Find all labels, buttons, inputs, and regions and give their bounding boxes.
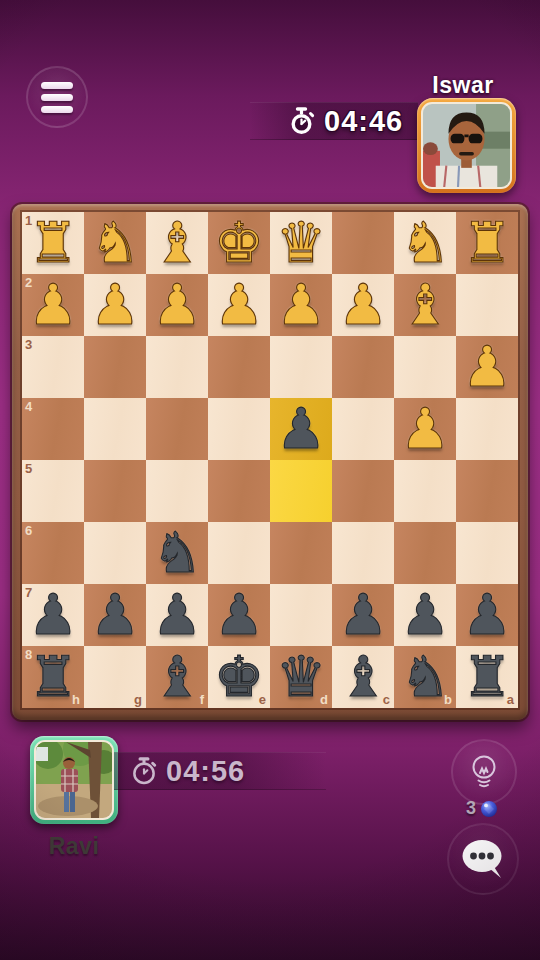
piece-white-queen[interactable]: ♛ <box>270 212 332 274</box>
square-d5[interactable] <box>270 460 332 522</box>
square-a2[interactable] <box>456 274 518 336</box>
square-f6[interactable]: ♞ <box>146 522 208 584</box>
piece-white-pawn[interactable]: ♟ <box>146 274 208 336</box>
square-a5[interactable] <box>456 460 518 522</box>
piece-white-rook[interactable]: ♜ <box>22 212 84 274</box>
square-h5[interactable]: 5 <box>22 460 84 522</box>
square-h4[interactable]: 4 <box>22 398 84 460</box>
square-a1[interactable]: ♜ <box>456 212 518 274</box>
square-e4[interactable] <box>208 398 270 460</box>
hint-count-row: 3 <box>452 798 512 819</box>
piece-black-pawn[interactable]: ♟ <box>270 398 332 460</box>
file-label: g <box>134 693 142 706</box>
square-g5[interactable] <box>84 460 146 522</box>
square-f1[interactable]: ♝ <box>146 212 208 274</box>
square-d4[interactable]: ♟ <box>270 398 332 460</box>
square-b6[interactable] <box>394 522 456 584</box>
opponent-clock: 04:46 <box>324 105 403 138</box>
gem-icon <box>480 800 498 818</box>
piece-black-pawn[interactable]: ♟ <box>146 584 208 646</box>
piece-white-bishop[interactable]: ♝ <box>146 212 208 274</box>
square-a3[interactable]: ♟ <box>456 336 518 398</box>
square-h7[interactable]: 7♟ <box>22 584 84 646</box>
piece-white-rook[interactable]: ♜ <box>456 212 518 274</box>
game-screen: Iswar 04:46 <box>0 0 540 960</box>
square-d6[interactable] <box>270 522 332 584</box>
player-avatar-frame <box>34 740 114 820</box>
piece-white-pawn[interactable]: ♟ <box>394 398 456 460</box>
square-g7[interactable]: ♟ <box>84 584 146 646</box>
piece-black-rook[interactable]: ♜ <box>456 646 518 708</box>
piece-white-bishop[interactable]: ♝ <box>394 274 456 336</box>
square-h3[interactable]: 3 <box>22 336 84 398</box>
square-a4[interactable] <box>456 398 518 460</box>
chat-icon <box>459 837 507 881</box>
piece-white-pawn[interactable]: ♟ <box>332 274 394 336</box>
square-d3[interactable] <box>270 336 332 398</box>
square-d2[interactable]: ♟ <box>270 274 332 336</box>
square-d1[interactable]: ♛ <box>270 212 332 274</box>
hint-count: 3 <box>466 798 476 819</box>
player-avatar[interactable] <box>30 736 118 824</box>
piece-black-pawn[interactable]: ♟ <box>22 584 84 646</box>
rank-label: 4 <box>25 400 32 413</box>
square-c8[interactable]: c♝ <box>332 646 394 708</box>
piece-black-queen[interactable]: ♛ <box>270 646 332 708</box>
square-h2[interactable]: 2♟ <box>22 274 84 336</box>
square-d8[interactable]: d♛ <box>270 646 332 708</box>
menu-button[interactable] <box>26 66 88 128</box>
square-d7[interactable] <box>270 584 332 646</box>
square-g4[interactable] <box>84 398 146 460</box>
opponent-avatar-photo <box>423 104 510 187</box>
square-b8[interactable]: b♞ <box>394 646 456 708</box>
square-a8[interactable]: a♜ <box>456 646 518 708</box>
square-g2[interactable]: ♟ <box>84 274 146 336</box>
square-b1[interactable]: ♞ <box>394 212 456 274</box>
square-h6[interactable]: 6 <box>22 522 84 584</box>
square-f8[interactable]: f♝ <box>146 646 208 708</box>
piece-black-pawn[interactable]: ♟ <box>394 584 456 646</box>
square-e1[interactable]: ♚ <box>208 212 270 274</box>
square-h1[interactable]: 1♜ <box>22 212 84 274</box>
piece-black-knight[interactable]: ♞ <box>146 522 208 584</box>
square-b3[interactable] <box>394 336 456 398</box>
piece-white-pawn[interactable]: ♟ <box>208 274 270 336</box>
hint-button[interactable] <box>451 739 517 805</box>
square-f5[interactable] <box>146 460 208 522</box>
piece-black-pawn[interactable]: ♟ <box>84 584 146 646</box>
stopwatch-icon <box>131 757 157 785</box>
square-g6[interactable] <box>84 522 146 584</box>
square-f7[interactable]: ♟ <box>146 584 208 646</box>
square-b7[interactable]: ♟ <box>394 584 456 646</box>
square-e7[interactable]: ♟ <box>208 584 270 646</box>
square-b2[interactable]: ♝ <box>394 274 456 336</box>
piece-black-bishop[interactable]: ♝ <box>332 646 394 708</box>
square-c3[interactable] <box>332 336 394 398</box>
square-g8[interactable]: g <box>84 646 146 708</box>
square-g1[interactable]: ♞ <box>84 212 146 274</box>
opponent-clock-row: 04:46 <box>288 103 403 139</box>
square-a7[interactable]: ♟ <box>456 584 518 646</box>
piece-black-pawn[interactable]: ♟ <box>208 584 270 646</box>
piece-black-pawn[interactable]: ♟ <box>332 584 394 646</box>
piece-white-pawn[interactable]: ♟ <box>456 336 518 398</box>
square-b5[interactable] <box>394 460 456 522</box>
opponent-avatar[interactable] <box>417 98 516 193</box>
player-avatar-photo <box>36 742 112 818</box>
piece-white-king[interactable]: ♚ <box>208 212 270 274</box>
piece-black-king[interactable]: ♚ <box>208 646 270 708</box>
rank-label: 3 <box>25 338 32 351</box>
square-g3[interactable] <box>84 336 146 398</box>
stopwatch-icon <box>288 107 315 136</box>
square-c6[interactable] <box>332 522 394 584</box>
square-c5[interactable] <box>332 460 394 522</box>
square-c1[interactable] <box>332 212 394 274</box>
square-f4[interactable] <box>146 398 208 460</box>
opponent-name: Iswar <box>410 72 516 99</box>
square-f3[interactable] <box>146 336 208 398</box>
square-c2[interactable]: ♟ <box>332 274 394 336</box>
opponent-avatar-frame <box>421 102 512 189</box>
square-e6[interactable] <box>208 522 270 584</box>
chat-button[interactable] <box>447 823 519 895</box>
square-e3[interactable] <box>208 336 270 398</box>
piece-white-knight[interactable]: ♞ <box>84 212 146 274</box>
square-c4[interactable] <box>332 398 394 460</box>
square-c7[interactable]: ♟ <box>332 584 394 646</box>
player-clock-row: 04:56 <box>131 753 245 789</box>
square-e8[interactable]: e♚ <box>208 646 270 708</box>
piece-white-knight[interactable]: ♞ <box>394 212 456 274</box>
player-name: Ravi <box>30 833 118 860</box>
square-f2[interactable]: ♟ <box>146 274 208 336</box>
square-a6[interactable] <box>456 522 518 584</box>
square-e5[interactable] <box>208 460 270 522</box>
square-h8[interactable]: 8h♜ <box>22 646 84 708</box>
rank-label: 5 <box>25 462 32 475</box>
piece-black-knight[interactable]: ♞ <box>394 646 456 708</box>
square-b4[interactable]: ♟ <box>394 398 456 460</box>
piece-black-pawn[interactable]: ♟ <box>456 584 518 646</box>
board-grid[interactable]: 1♜♞♝♚♛♞♜2♟♟♟♟♟♟♝3♟4♟♟56♞7♟♟♟♟♟♟♟8h♜gf♝e♚… <box>22 212 518 708</box>
piece-white-pawn[interactable]: ♟ <box>84 274 146 336</box>
player-clock: 04:56 <box>166 755 245 788</box>
rank-label: 6 <box>25 524 32 537</box>
piece-black-rook[interactable]: ♜ <box>22 646 84 708</box>
piece-black-bishop[interactable]: ♝ <box>146 646 208 708</box>
chess-board[interactable]: 1♜♞♝♚♛♞♜2♟♟♟♟♟♟♝3♟4♟♟56♞7♟♟♟♟♟♟♟8h♜gf♝e♚… <box>12 204 528 720</box>
piece-white-pawn[interactable]: ♟ <box>270 274 332 336</box>
lightbulb-icon <box>466 753 502 791</box>
square-e2[interactable]: ♟ <box>208 274 270 336</box>
piece-white-pawn[interactable]: ♟ <box>22 274 84 336</box>
